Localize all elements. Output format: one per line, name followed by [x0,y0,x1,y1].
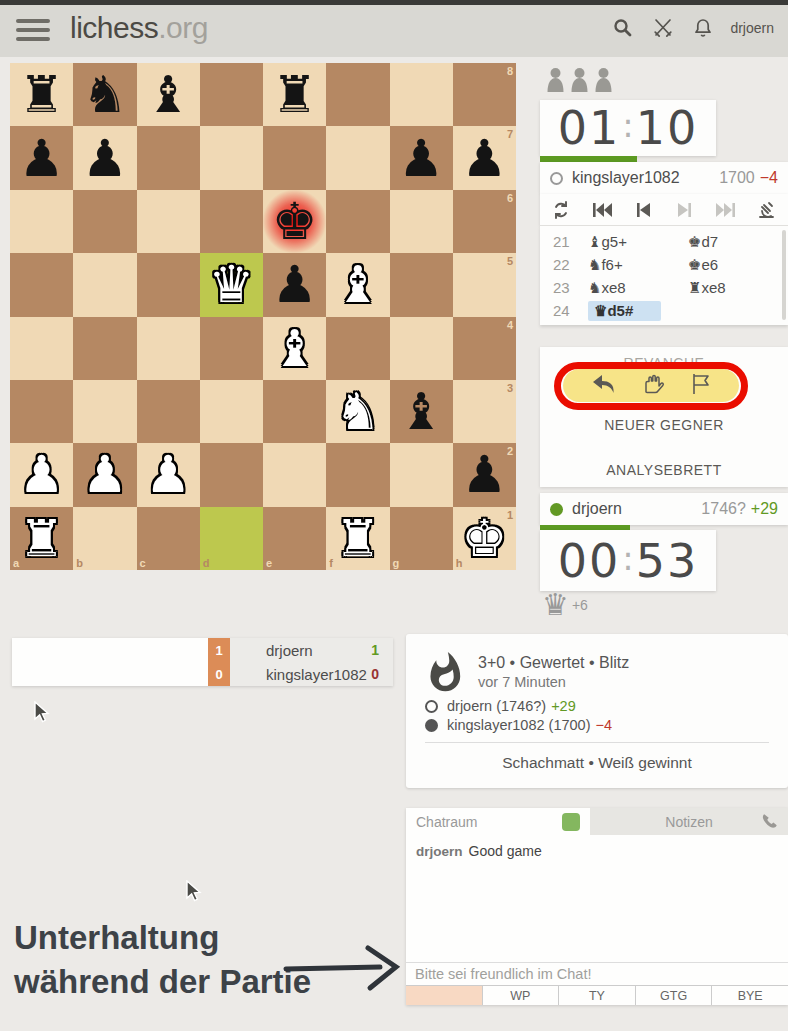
first-move-icon[interactable] [589,199,615,221]
hamburger-menu-icon[interactable] [16,19,52,43]
rank-label: 7 [507,128,513,140]
lichess-logo[interactable]: lichess.org [70,11,208,45]
square-b7[interactable]: ♟ [73,126,136,189]
resign-flag-icon[interactable] [690,372,712,400]
preset-button[interactable] [406,986,483,1005]
white-queen[interactable]: ♛ [209,259,255,310]
captured-queen-icon: ♛ [542,590,569,620]
player-name-row[interactable]: drjoern 1746? +29 [540,493,788,525]
square-c6[interactable] [137,190,200,253]
square-d6[interactable] [200,190,263,253]
square-h2[interactable]: ♟2 [453,443,516,506]
phone-icon[interactable] [761,813,778,833]
spectator-icon [545,66,566,98]
square-g8[interactable] [390,63,453,126]
preset-button-bye[interactable]: BYE [712,986,788,1005]
info-divider [425,742,769,743]
analysis-icon[interactable] [754,199,780,221]
opponent-rating-diff: −4 [760,169,778,187]
black-rook[interactable]: ♜ [19,69,65,120]
square-g2[interactable] [390,443,453,506]
square-b2[interactable]: ♟ [73,443,136,506]
chat-input[interactable]: Bitte sei freundlich im Chat! [406,962,788,985]
square-f2[interactable] [326,443,389,506]
move-number: 22 [540,256,574,273]
black-pawn[interactable]: ♟ [462,133,508,184]
spectator-icon [569,66,590,98]
square-e7[interactable] [263,126,326,189]
square-d8[interactable] [200,63,263,126]
black-pawn[interactable]: ♟ [82,133,128,184]
move-number: 21 [540,233,574,250]
nav-username[interactable]: drjoern [730,20,778,36]
game-mode-text: 3+0 • Gewertet • Blitz [478,654,629,672]
online-dot-icon [550,503,563,516]
square-e2[interactable] [263,443,326,506]
score-cell: 0 [208,662,230,686]
move-row: 22♞f6+♚e6 [540,253,788,276]
rank-label: 2 [507,445,513,457]
chess-board[interactable]: ♜♞♝♜8♟♟♟♟7♚6♛♟♝5♝4♞♝3♟♟♟♟2♜abcde♜fg♚1h [10,63,516,570]
player-clock: 00:53 [540,530,716,591]
square-e5[interactable]: ♟ [263,253,326,316]
preset-button-gtg[interactable]: GTG [636,986,713,1005]
player-rating-diff: +29 [751,500,778,518]
score-table-names-column: drjoern1kingslayer10820 [230,638,393,686]
prev-move-icon[interactable] [630,199,656,221]
rank-label: 6 [507,192,513,204]
preset-button-wp[interactable]: WP [483,986,560,1005]
opponent-clock: 01:10 [540,100,716,156]
blitz-flame-icon [426,650,464,700]
move-list[interactable]: 21♝g5+♚d722♞f6+♚e623♞xe8♜xe824♛d5# [540,226,788,325]
spectator-icon [593,66,614,98]
square-c7[interactable] [137,126,200,189]
game-over-actions: REVANCHE NEUER GEGNER ANALYSEBRETT [540,347,788,487]
square-c3[interactable] [137,380,200,443]
chat-tabs: Chatraum Notizen [406,808,788,835]
crossed-swords-icon[interactable] [650,15,676,41]
square-g6[interactable] [390,190,453,253]
white-move[interactable]: ♛d5# [574,302,674,320]
move-number: 24 [540,302,574,319]
white-circle-icon [550,172,563,185]
white-pawn[interactable]: ♟ [19,449,65,500]
square-d5[interactable]: ♛ [200,253,263,316]
game-info-card: 3+0 • Gewertet • Blitz vor 7 Minuten drj… [406,634,788,788]
square-a5[interactable] [10,253,73,316]
search-icon[interactable] [610,15,636,41]
square-f8[interactable] [326,63,389,126]
square-f4[interactable] [326,317,389,380]
white-move[interactable]: ♝g5+ [574,233,674,251]
tab-chatroom[interactable]: Chatraum [406,808,590,835]
square-f6[interactable] [326,190,389,253]
score-cell: 1 [208,638,230,662]
square-h6[interactable]: 6 [453,190,516,253]
square-g5[interactable] [390,253,453,316]
chat-preset-buttons: WPTYGTGBYE [406,985,788,1005]
square-b3[interactable] [73,380,136,443]
square-f7[interactable] [326,126,389,189]
black-bishop[interactable]: ♝ [398,386,444,437]
black-pawn[interactable]: ♟ [462,449,508,500]
chat-toggle-icon[interactable] [562,813,580,831]
square-f5[interactable]: ♝ [326,253,389,316]
takeback-icon[interactable] [590,373,616,399]
square-a2[interactable]: ♟ [10,443,73,506]
lichess-game-page: lichess.org drjoern ♜♞♝♜8♟♟♟♟7♚6♛♟♝5♝4♞♝… [0,0,788,1031]
score-table-score-column: 10 [208,638,230,686]
square-h5[interactable]: 5 [453,253,516,316]
square-g3[interactable]: ♝ [390,380,453,443]
file-label: g [393,557,400,569]
rank-label: 8 [507,65,513,77]
square-b8[interactable]: ♞ [73,63,136,126]
chat-panel: Chatraum Notizen drjoernGood game Bitte … [406,808,788,1005]
white-bishop[interactable]: ♝ [335,259,381,310]
draw-offer-hand-icon[interactable] [641,372,665,400]
file-label: c [140,557,146,569]
square-a4[interactable] [10,317,73,380]
black-move[interactable]: ♚d7 [674,233,774,251]
white-king[interactable]: ♚ [462,513,508,564]
square-g7[interactable]: ♟ [390,126,453,189]
black-knight[interactable]: ♞ [82,69,128,120]
square-g4[interactable] [390,317,453,380]
chat-messages: drjoernGood game [406,835,788,962]
square-g1[interactable]: g [390,507,453,570]
black-king[interactable]: ♚ [272,196,318,247]
rank-label: 5 [507,255,513,267]
file-label: h [456,557,463,569]
file-label: d [203,557,210,569]
file-label: e [266,557,272,569]
black-move[interactable]: ♚e6 [674,256,774,274]
square-b5[interactable] [73,253,136,316]
square-c8[interactable]: ♝ [137,63,200,126]
square-d1[interactable]: d [200,507,263,570]
rank-label: 4 [507,319,513,331]
tab-notes[interactable]: Notizen [590,808,788,835]
square-h7[interactable]: ♟7 [453,126,516,189]
square-d4[interactable] [200,317,263,380]
rank-label: 3 [507,382,513,394]
spectator-icons [545,66,614,98]
file-label: f [329,557,333,569]
white-move[interactable]: ♞xe8 [574,279,674,297]
annotation-text: Unterhaltung während der Partie [14,916,314,1004]
white-rook[interactable]: ♜ [335,513,381,564]
score-player-row[interactable]: drjoern1 [230,638,393,662]
square-a3[interactable] [10,380,73,443]
black-rook[interactable]: ♜ [272,69,318,120]
material-value: +6 [572,597,588,613]
white-pawn[interactable]: ♟ [145,449,191,500]
opponent-name[interactable]: kingslayer1082 [572,169,719,187]
square-b6[interactable] [73,190,136,253]
square-e3[interactable] [263,380,326,443]
black-bishop[interactable]: ♝ [145,69,191,120]
move-row: 23♞xe8♜xe8 [540,276,788,299]
square-h4[interactable]: 4 [453,317,516,380]
material-advantage: ♛ +6 [542,590,588,620]
game-time-ago: vor 7 Minuten [478,674,566,690]
square-a7[interactable]: ♟ [10,126,73,189]
file-label: a [13,557,19,569]
square-a8[interactable]: ♜ [10,63,73,126]
square-f1[interactable]: ♜f [326,507,389,570]
square-e6[interactable]: ♚ [263,190,326,253]
bell-icon[interactable] [690,15,716,41]
new-opponent-button[interactable]: NEUER GEGNER [540,417,788,433]
square-c1[interactable]: c [137,507,200,570]
white-player-icon [425,700,438,713]
square-e1[interactable]: e [263,507,326,570]
mouse-cursor [185,880,203,908]
square-b4[interactable] [73,317,136,380]
white-move[interactable]: ♞f6+ [574,256,674,274]
move-list-toolbar [540,194,788,226]
next-move-icon[interactable] [672,199,698,221]
square-f3[interactable]: ♞ [326,380,389,443]
square-d2[interactable] [200,443,263,506]
top-navbar: lichess.org drjoern [0,0,788,57]
square-d3[interactable] [200,380,263,443]
last-move-icon[interactable] [713,199,739,221]
player-name[interactable]: drjoern [572,500,701,518]
black-pawn[interactable]: ♟ [272,259,318,310]
score-player-row[interactable]: kingslayer10820 [230,662,393,686]
mouse-cursor [33,701,51,729]
square-e8[interactable]: ♜ [263,63,326,126]
opponent-rating: 1700 [719,169,755,187]
move-row: 21♝g5+♚d7 [540,230,788,253]
movelist-scrollbar[interactable] [782,230,786,320]
square-e4[interactable]: ♝ [263,317,326,380]
white-rook[interactable]: ♜ [19,513,65,564]
black-move[interactable]: ♜xe8 [674,279,774,297]
info-black-player[interactable]: kingslayer1082 (1700) −4 [425,717,612,733]
square-h3[interactable]: 3 [453,380,516,443]
square-c5[interactable] [137,253,200,316]
square-h8[interactable]: 8 [453,63,516,126]
player-rating: 1746? [701,500,746,518]
flip-board-icon[interactable] [548,199,574,221]
top-accent-strip [0,0,788,5]
white-knight[interactable]: ♞ [335,386,381,437]
square-a6[interactable] [10,190,73,253]
square-c2[interactable]: ♟ [137,443,200,506]
preset-button-ty[interactable]: TY [559,986,636,1005]
square-b1[interactable]: b [73,507,136,570]
file-label: b [76,557,83,569]
white-pawn[interactable]: ♟ [82,449,128,500]
move-number: 23 [540,279,574,296]
score-table-games-column [12,638,208,686]
annotation-yellow-highlight [563,369,739,402]
black-player-icon [425,719,438,732]
black-pawn[interactable]: ♟ [19,133,65,184]
score-table: 10 drjoern1kingslayer10820 [12,638,393,686]
square-a1[interactable]: ♜a [10,507,73,570]
square-h1[interactable]: ♚1h [453,507,516,570]
analysis-board-button[interactable]: ANALYSEBRETT [540,462,788,478]
info-white-player[interactable]: drjoern (1746?) +29 [425,698,576,714]
black-pawn[interactable]: ♟ [398,133,444,184]
opponent-name-row[interactable]: kingslayer1082 1700 −4 [540,162,788,194]
white-bishop[interactable]: ♝ [272,323,318,374]
move-row: 24♛d5# [540,299,788,322]
game-result-text: Schachmatt • Weiß gewinnt [406,754,788,772]
square-c4[interactable] [137,317,200,380]
annotation-arrow [282,942,404,998]
chat-message: drjoernGood game [416,843,778,859]
square-d7[interactable] [200,126,263,189]
rank-label: 1 [507,509,513,521]
